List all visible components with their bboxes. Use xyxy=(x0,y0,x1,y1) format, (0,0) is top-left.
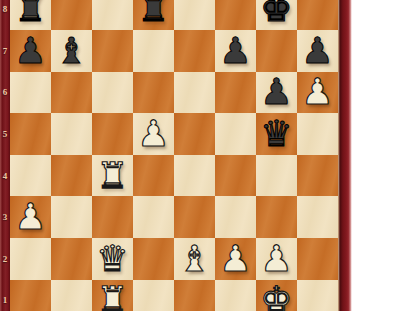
square-b6[interactable] xyxy=(51,72,92,114)
square-f3[interactable] xyxy=(215,196,256,238)
square-f8[interactable] xyxy=(215,0,256,30)
square-f4[interactable] xyxy=(215,155,256,197)
square-f2[interactable]: ♟ xyxy=(215,238,256,280)
square-b8[interactable] xyxy=(51,0,92,30)
square-f1[interactable] xyxy=(215,280,256,311)
square-g8[interactable]: ♚ xyxy=(256,0,297,30)
square-g1[interactable]: ♚ xyxy=(256,280,297,311)
black-rook-piece: ♜ xyxy=(137,0,169,27)
square-a8[interactable]: ♜ xyxy=(10,0,51,30)
white-pawn-piece: ♟ xyxy=(301,74,333,110)
square-h6[interactable]: ♟ xyxy=(297,72,338,114)
square-g6[interactable]: ♟ xyxy=(256,72,297,114)
square-a7[interactable]: ♟ xyxy=(10,30,51,72)
square-b1[interactable] xyxy=(51,280,92,311)
black-queen-piece: ♛ xyxy=(260,116,292,152)
black-pawn-piece: ♟ xyxy=(219,33,251,69)
square-a5[interactable] xyxy=(10,113,51,155)
square-d7[interactable] xyxy=(133,30,174,72)
square-c1[interactable]: ♜ xyxy=(92,280,133,311)
rank-label-4: 4 xyxy=(0,155,10,197)
square-d2[interactable] xyxy=(133,238,174,280)
white-bishop-piece: ♝ xyxy=(178,241,210,277)
white-queen-piece: ♛ xyxy=(96,241,128,277)
square-c8[interactable] xyxy=(92,0,133,30)
rank-label-2: 2 xyxy=(0,238,10,280)
square-d3[interactable] xyxy=(133,196,174,238)
square-e1[interactable] xyxy=(174,280,215,311)
square-a1[interactable] xyxy=(10,280,51,311)
white-pawn-piece: ♟ xyxy=(14,199,46,235)
square-g3[interactable] xyxy=(256,196,297,238)
square-e3[interactable] xyxy=(174,196,215,238)
square-g2[interactable]: ♟ xyxy=(256,238,297,280)
square-h8[interactable] xyxy=(297,0,338,30)
square-e5[interactable] xyxy=(174,113,215,155)
square-g4[interactable] xyxy=(256,155,297,197)
square-c2[interactable]: ♛ xyxy=(92,238,133,280)
square-e6[interactable] xyxy=(174,72,215,114)
square-d1[interactable] xyxy=(133,280,174,311)
square-e4[interactable] xyxy=(174,155,215,197)
chess-board: ♜♜♚♟♝♟♟♟♟♟♛♜♟♛♝♟♟♜♚ xyxy=(10,0,338,311)
square-c7[interactable] xyxy=(92,30,133,72)
square-a2[interactable] xyxy=(10,238,51,280)
square-g7[interactable] xyxy=(256,30,297,72)
black-rook-piece: ♜ xyxy=(14,0,46,27)
square-b7[interactable]: ♝ xyxy=(51,30,92,72)
rank-label-5: 5 xyxy=(0,113,10,155)
square-h4[interactable] xyxy=(297,155,338,197)
black-king-piece: ♚ xyxy=(260,0,292,27)
square-f6[interactable] xyxy=(215,72,256,114)
square-a6[interactable] xyxy=(10,72,51,114)
square-a4[interactable] xyxy=(10,155,51,197)
square-d4[interactable] xyxy=(133,155,174,197)
square-b4[interactable] xyxy=(51,155,92,197)
square-d5[interactable]: ♟ xyxy=(133,113,174,155)
square-c3[interactable] xyxy=(92,196,133,238)
square-c6[interactable] xyxy=(92,72,133,114)
rank-label-8: 8 xyxy=(0,0,10,30)
square-e8[interactable] xyxy=(174,0,215,30)
square-f7[interactable]: ♟ xyxy=(215,30,256,72)
page-white-margin xyxy=(352,0,414,311)
square-d8[interactable]: ♜ xyxy=(133,0,174,30)
square-a3[interactable]: ♟ xyxy=(10,196,51,238)
white-king-piece: ♚ xyxy=(260,282,292,311)
white-rook-piece: ♜ xyxy=(96,282,128,311)
black-pawn-piece: ♟ xyxy=(301,33,333,69)
square-b3[interactable] xyxy=(51,196,92,238)
square-h5[interactable] xyxy=(297,113,338,155)
square-b5[interactable] xyxy=(51,113,92,155)
square-h7[interactable]: ♟ xyxy=(297,30,338,72)
white-rook-piece: ♜ xyxy=(96,158,128,194)
book-spine-strip: 87654321 xyxy=(0,0,10,311)
square-d6[interactable] xyxy=(133,72,174,114)
page-edge-border xyxy=(338,0,352,311)
black-pawn-piece: ♟ xyxy=(260,74,292,110)
square-e2[interactable]: ♝ xyxy=(174,238,215,280)
rank-label-3: 3 xyxy=(0,196,10,238)
rank-label-1: 1 xyxy=(0,280,10,311)
square-h1[interactable] xyxy=(297,280,338,311)
square-c4[interactable]: ♜ xyxy=(92,155,133,197)
rank-label-6: 6 xyxy=(0,72,10,114)
square-e7[interactable] xyxy=(174,30,215,72)
white-pawn-piece: ♟ xyxy=(219,241,251,277)
white-pawn-piece: ♟ xyxy=(260,241,292,277)
square-c5[interactable] xyxy=(92,113,133,155)
black-pawn-piece: ♟ xyxy=(14,33,46,69)
square-b2[interactable] xyxy=(51,238,92,280)
square-g5[interactable]: ♛ xyxy=(256,113,297,155)
square-f5[interactable] xyxy=(215,113,256,155)
page: ♜♜♚♟♝♟♟♟♟♟♛♜♟♛♝♟♟♜♚ 87654321 xyxy=(0,0,414,311)
white-pawn-piece: ♟ xyxy=(137,116,169,152)
rank-label-7: 7 xyxy=(0,30,10,72)
black-bishop-piece: ♝ xyxy=(55,33,87,69)
square-h2[interactable] xyxy=(297,238,338,280)
square-h3[interactable] xyxy=(297,196,338,238)
